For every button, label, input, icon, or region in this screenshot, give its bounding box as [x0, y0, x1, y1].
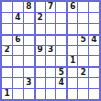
- cell-r1c3[interactable]: 8: [24, 2, 34, 12]
- cell-r9c6[interactable]: [56, 89, 66, 99]
- cell-r1c1[interactable]: [2, 2, 12, 12]
- cell-r1c9[interactable]: [89, 2, 99, 12]
- cell-r3c1[interactable]: [2, 24, 12, 34]
- cell-r2c1[interactable]: [2, 13, 12, 23]
- cell-r1c2[interactable]: [13, 2, 23, 12]
- cell-r3c6[interactable]: [56, 24, 66, 34]
- cell-r4c3[interactable]: [24, 35, 34, 45]
- cell-r1c5[interactable]: 7: [46, 2, 56, 12]
- cell-r6c7[interactable]: 1: [67, 56, 77, 66]
- cell-r2c9[interactable]: [89, 13, 99, 23]
- cell-r4c5[interactable]: [46, 35, 56, 45]
- cell-r7c9[interactable]: [89, 67, 99, 77]
- cell-r9c4[interactable]: [35, 89, 45, 99]
- cell-r2c4[interactable]: 2: [35, 13, 45, 23]
- cell-r1c8[interactable]: [78, 2, 88, 12]
- cell-r9c2[interactable]: [13, 89, 23, 99]
- cell-r7c2[interactable]: [13, 67, 23, 77]
- cell-r1c6[interactable]: [56, 2, 66, 12]
- cell-r3c9[interactable]: [89, 24, 99, 34]
- cell-r5c1[interactable]: 2: [2, 46, 12, 56]
- cell-r5c2[interactable]: [13, 46, 23, 56]
- cell-r5c7[interactable]: [67, 46, 77, 56]
- cell-r9c9[interactable]: [89, 89, 99, 99]
- cell-r4c9[interactable]: 4: [89, 35, 99, 45]
- cell-r6c2[interactable]: [13, 56, 23, 66]
- cell-r4c1[interactable]: [2, 35, 12, 45]
- sudoku-board: 87642654293152341: [0, 0, 101, 101]
- cell-r5c3[interactable]: [24, 46, 34, 56]
- cell-r3c3[interactable]: [24, 24, 34, 34]
- cell-r2c2[interactable]: 4: [13, 13, 23, 23]
- cell-r8c3[interactable]: 3: [24, 78, 34, 88]
- cell-r6c5[interactable]: [46, 56, 56, 66]
- cell-r3c4[interactable]: [35, 24, 45, 34]
- cell-r2c8[interactable]: [78, 13, 88, 23]
- cell-r7c8[interactable]: 2: [78, 67, 88, 77]
- cell-r6c6[interactable]: [56, 56, 66, 66]
- cell-r8c8[interactable]: [78, 78, 88, 88]
- cell-r8c7[interactable]: [67, 78, 77, 88]
- cell-r4c4[interactable]: [35, 35, 45, 45]
- cell-r7c1[interactable]: [2, 67, 12, 77]
- cell-r6c3[interactable]: [24, 56, 34, 66]
- cell-r2c5[interactable]: [46, 13, 56, 23]
- cell-r4c6[interactable]: [56, 35, 66, 45]
- cell-r4c7[interactable]: [67, 35, 77, 45]
- cell-r8c6[interactable]: 4: [56, 78, 66, 88]
- cell-r7c5[interactable]: [46, 67, 56, 77]
- cell-r9c7[interactable]: [67, 89, 77, 99]
- cell-r8c4[interactable]: [35, 78, 45, 88]
- cell-r4c8[interactable]: 5: [78, 35, 88, 45]
- cell-r8c5[interactable]: [46, 78, 56, 88]
- cell-r6c1[interactable]: [2, 56, 12, 66]
- cell-r7c7[interactable]: [67, 67, 77, 77]
- cell-r3c8[interactable]: [78, 24, 88, 34]
- cell-r7c3[interactable]: [24, 67, 34, 77]
- cell-r5c6[interactable]: [56, 46, 66, 56]
- cell-r9c1[interactable]: 1: [2, 89, 12, 99]
- cell-r6c8[interactable]: [78, 56, 88, 66]
- cell-r5c4[interactable]: 9: [35, 46, 45, 56]
- cell-r9c3[interactable]: [24, 89, 34, 99]
- cell-r3c7[interactable]: [67, 24, 77, 34]
- cell-r2c6[interactable]: [56, 13, 66, 23]
- cell-r1c4[interactable]: [35, 2, 45, 12]
- cell-r6c4[interactable]: [35, 56, 45, 66]
- cell-r2c7[interactable]: [67, 13, 77, 23]
- cell-r1c7[interactable]: 6: [67, 2, 77, 12]
- cell-r9c8[interactable]: [78, 89, 88, 99]
- cell-r7c6[interactable]: 5: [56, 67, 66, 77]
- cell-r2c3[interactable]: [24, 13, 34, 23]
- cell-r3c2[interactable]: [13, 24, 23, 34]
- cell-r5c5[interactable]: 3: [46, 46, 56, 56]
- cell-r9c5[interactable]: [46, 89, 56, 99]
- cell-r5c9[interactable]: [89, 46, 99, 56]
- cell-r6c9[interactable]: [89, 56, 99, 66]
- cell-r5c8[interactable]: [78, 46, 88, 56]
- cell-r8c1[interactable]: [2, 78, 12, 88]
- cell-r7c4[interactable]: [35, 67, 45, 77]
- cell-r4c2[interactable]: 6: [13, 35, 23, 45]
- cell-r3c5[interactable]: [46, 24, 56, 34]
- cell-r8c9[interactable]: [89, 78, 99, 88]
- cell-r8c2[interactable]: [13, 78, 23, 88]
